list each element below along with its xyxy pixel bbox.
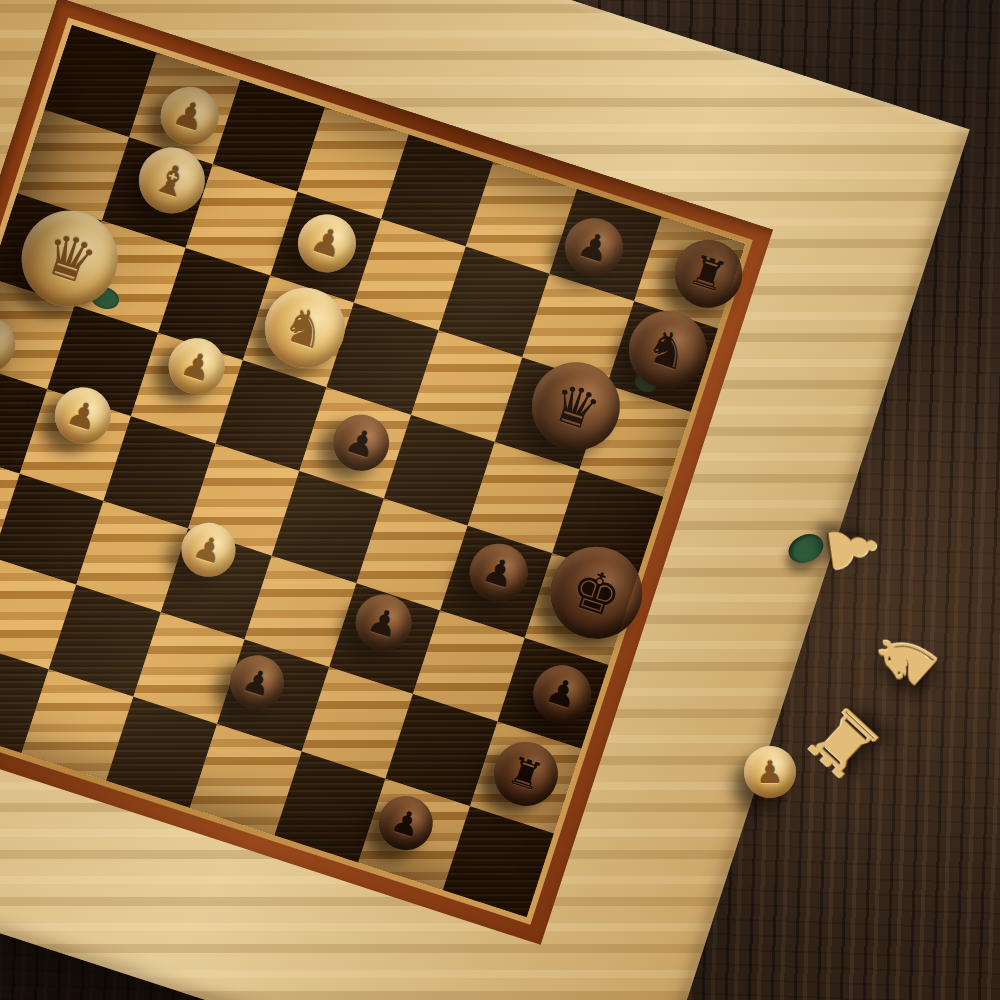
chess-board: ♟♝♛♟♞♟♟♟♟♟♜♞♛♟♟♚♟♟♟♜♟	[0, 0, 970, 1000]
white-pawn-icon: ♟	[744, 746, 796, 798]
captured-white-rook-icon[interactable]: ♜	[791, 688, 898, 795]
captured-white-pawn-icon[interactable]: ♟	[817, 513, 887, 583]
table-surface: ♟♝♛♟♞♟♟♟♟♟♜♞♛♟♟♚♟♟♟♜♟ ♟♞♜♟	[0, 0, 1000, 1000]
captured-white-knight-icon[interactable]: ♞	[854, 607, 956, 709]
piece-white-pawn[interactable]: ♟	[744, 746, 796, 798]
